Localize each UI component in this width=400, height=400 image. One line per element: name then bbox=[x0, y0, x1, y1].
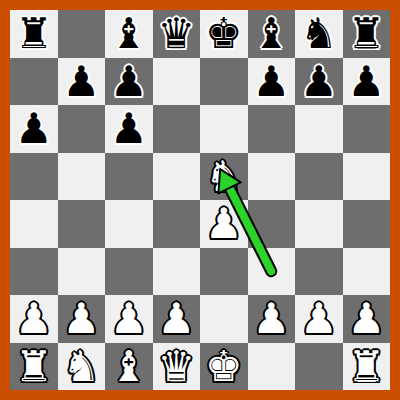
square-g7[interactable]: ♟ bbox=[295, 58, 343, 106]
square-b6[interactable] bbox=[58, 105, 106, 153]
square-g4[interactable] bbox=[295, 200, 343, 248]
square-c6[interactable]: ♟ bbox=[105, 105, 153, 153]
square-e5[interactable]: ♞ bbox=[200, 153, 248, 201]
square-a4[interactable] bbox=[10, 200, 58, 248]
square-f8[interactable]: ♝ bbox=[248, 10, 296, 58]
square-d7[interactable] bbox=[153, 58, 201, 106]
square-g3[interactable] bbox=[295, 248, 343, 296]
square-h1[interactable]: ♜ bbox=[343, 343, 391, 391]
piece-black-pawn[interactable]: ♟ bbox=[300, 58, 338, 106]
piece-black-king[interactable]: ♚ bbox=[205, 10, 243, 58]
piece-white-bishop[interactable]: ♝ bbox=[110, 343, 148, 391]
piece-black-queen[interactable]: ♛ bbox=[157, 10, 195, 58]
piece-black-pawn[interactable]: ♟ bbox=[252, 58, 290, 106]
square-d5[interactable] bbox=[153, 153, 201, 201]
square-a5[interactable] bbox=[10, 153, 58, 201]
square-e6[interactable] bbox=[200, 105, 248, 153]
square-d2[interactable]: ♟ bbox=[153, 295, 201, 343]
square-g1[interactable] bbox=[295, 343, 343, 391]
square-a8[interactable]: ♜ bbox=[10, 10, 58, 58]
square-h3[interactable] bbox=[343, 248, 391, 296]
piece-black-knight[interactable]: ♞ bbox=[300, 10, 338, 58]
square-a2[interactable]: ♟ bbox=[10, 295, 58, 343]
piece-black-bishop[interactable]: ♝ bbox=[110, 10, 148, 58]
piece-white-pawn[interactable]: ♟ bbox=[347, 295, 385, 343]
square-f1[interactable] bbox=[248, 343, 296, 391]
piece-white-pawn[interactable]: ♟ bbox=[300, 295, 338, 343]
square-a1[interactable]: ♜ bbox=[10, 343, 58, 391]
square-c3[interactable] bbox=[105, 248, 153, 296]
square-f7[interactable]: ♟ bbox=[248, 58, 296, 106]
piece-black-pawn[interactable]: ♟ bbox=[347, 58, 385, 106]
piece-white-knight[interactable]: ♞ bbox=[205, 153, 243, 201]
piece-white-pawn[interactable]: ♟ bbox=[15, 295, 53, 343]
piece-black-pawn[interactable]: ♟ bbox=[62, 58, 100, 106]
square-d4[interactable] bbox=[153, 200, 201, 248]
square-h4[interactable] bbox=[343, 200, 391, 248]
square-e1[interactable]: ♚ bbox=[200, 343, 248, 391]
square-g8[interactable]: ♞ bbox=[295, 10, 343, 58]
piece-white-knight[interactable]: ♞ bbox=[62, 343, 100, 391]
square-d6[interactable] bbox=[153, 105, 201, 153]
square-h7[interactable]: ♟ bbox=[343, 58, 391, 106]
square-h5[interactable] bbox=[343, 153, 391, 201]
square-b1[interactable]: ♞ bbox=[58, 343, 106, 391]
square-c2[interactable]: ♟ bbox=[105, 295, 153, 343]
square-g6[interactable] bbox=[295, 105, 343, 153]
piece-white-pawn[interactable]: ♟ bbox=[205, 200, 243, 248]
square-b4[interactable] bbox=[58, 200, 106, 248]
piece-white-pawn[interactable]: ♟ bbox=[62, 295, 100, 343]
square-e2[interactable] bbox=[200, 295, 248, 343]
square-h2[interactable]: ♟ bbox=[343, 295, 391, 343]
piece-black-pawn[interactable]: ♟ bbox=[15, 105, 53, 153]
square-h8[interactable]: ♜ bbox=[343, 10, 391, 58]
piece-white-pawn[interactable]: ♟ bbox=[110, 295, 148, 343]
square-d8[interactable]: ♛ bbox=[153, 10, 201, 58]
square-b2[interactable]: ♟ bbox=[58, 295, 106, 343]
square-e7[interactable] bbox=[200, 58, 248, 106]
piece-black-bishop[interactable]: ♝ bbox=[252, 10, 290, 58]
square-d1[interactable]: ♛ bbox=[153, 343, 201, 391]
square-f5[interactable] bbox=[248, 153, 296, 201]
square-b5[interactable] bbox=[58, 153, 106, 201]
piece-white-pawn[interactable]: ♟ bbox=[157, 295, 195, 343]
piece-black-pawn[interactable]: ♟ bbox=[110, 58, 148, 106]
piece-black-pawn[interactable]: ♟ bbox=[110, 105, 148, 153]
square-a6[interactable]: ♟ bbox=[10, 105, 58, 153]
square-d3[interactable] bbox=[153, 248, 201, 296]
square-a3[interactable] bbox=[10, 248, 58, 296]
square-g2[interactable]: ♟ bbox=[295, 295, 343, 343]
square-f3[interactable] bbox=[248, 248, 296, 296]
piece-white-rook[interactable]: ♜ bbox=[15, 343, 53, 391]
square-e8[interactable]: ♚ bbox=[200, 10, 248, 58]
square-f4[interactable] bbox=[248, 200, 296, 248]
square-f2[interactable]: ♟ bbox=[248, 295, 296, 343]
piece-white-pawn[interactable]: ♟ bbox=[252, 295, 290, 343]
chess-board: ♜♝♛♚♝♞♜♟♟♟♟♟♟♟♞♟♟♟♟♟♟♟♟♜♞♝♛♚♜ bbox=[10, 10, 390, 390]
board-frame: ♜♝♛♚♝♞♜♟♟♟♟♟♟♟♞♟♟♟♟♟♟♟♟♜♞♝♛♚♜ bbox=[0, 0, 400, 400]
square-e4[interactable]: ♟ bbox=[200, 200, 248, 248]
piece-black-rook[interactable]: ♜ bbox=[15, 10, 53, 58]
square-c7[interactable]: ♟ bbox=[105, 58, 153, 106]
square-b7[interactable]: ♟ bbox=[58, 58, 106, 106]
square-f6[interactable] bbox=[248, 105, 296, 153]
square-c5[interactable] bbox=[105, 153, 153, 201]
square-c4[interactable] bbox=[105, 200, 153, 248]
square-h6[interactable] bbox=[343, 105, 391, 153]
square-b8[interactable] bbox=[58, 10, 106, 58]
piece-white-king[interactable]: ♚ bbox=[205, 343, 243, 391]
piece-black-rook[interactable]: ♜ bbox=[347, 10, 385, 58]
square-c8[interactable]: ♝ bbox=[105, 10, 153, 58]
piece-white-rook[interactable]: ♜ bbox=[347, 343, 385, 391]
square-b3[interactable] bbox=[58, 248, 106, 296]
square-a7[interactable] bbox=[10, 58, 58, 106]
square-e3[interactable] bbox=[200, 248, 248, 296]
square-g5[interactable] bbox=[295, 153, 343, 201]
piece-white-queen[interactable]: ♛ bbox=[157, 343, 195, 391]
square-c1[interactable]: ♝ bbox=[105, 343, 153, 391]
